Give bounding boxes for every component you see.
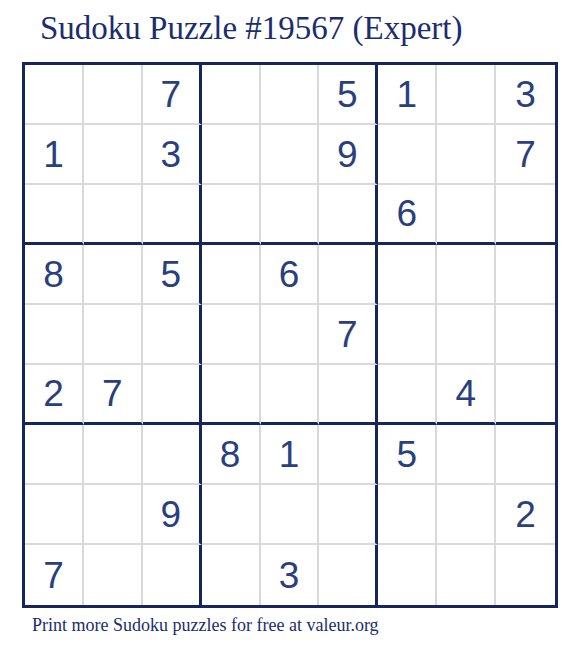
cell-r5c1 — [25, 305, 84, 365]
cell-r5c8 — [437, 305, 496, 365]
cell-r8c9: 2 — [496, 485, 555, 545]
cell-r7c8 — [437, 425, 496, 485]
cell-r3c7: 6 — [378, 185, 437, 245]
cell-r2c4 — [202, 125, 261, 185]
cell-r6c3 — [143, 365, 202, 425]
cell-r2c1: 1 — [25, 125, 84, 185]
cell-r5c2 — [84, 305, 143, 365]
cell-r1c3: 7 — [143, 65, 202, 125]
cell-r8c2 — [84, 485, 143, 545]
cell-r8c7 — [378, 485, 437, 545]
cell-r4c2 — [84, 245, 143, 305]
cell-r2c9: 7 — [496, 125, 555, 185]
cell-r7c7: 5 — [378, 425, 437, 485]
cell-r9c3 — [143, 545, 202, 605]
cell-r3c5 — [261, 185, 320, 245]
cell-r5c3 — [143, 305, 202, 365]
cell-r1c4 — [202, 65, 261, 125]
cell-r5c4 — [202, 305, 261, 365]
cell-r5c9 — [496, 305, 555, 365]
cell-r2c8 — [437, 125, 496, 185]
cell-r6c9 — [496, 365, 555, 425]
cell-r7c9 — [496, 425, 555, 485]
page-title: Sudoku Puzzle #19567 (Expert) — [40, 10, 463, 47]
cell-r8c1 — [25, 485, 84, 545]
cell-r8c5 — [261, 485, 320, 545]
cell-r2c3: 3 — [143, 125, 202, 185]
cell-r4c1: 8 — [25, 245, 84, 305]
cell-r6c4 — [202, 365, 261, 425]
cell-r9c2 — [84, 545, 143, 605]
cell-r6c7 — [378, 365, 437, 425]
cell-r7c3 — [143, 425, 202, 485]
cell-r7c1 — [25, 425, 84, 485]
cell-r3c4 — [202, 185, 261, 245]
cell-r3c2 — [84, 185, 143, 245]
cell-r1c7: 1 — [378, 65, 437, 125]
cell-r3c9 — [496, 185, 555, 245]
cell-r1c8 — [437, 65, 496, 125]
cell-r6c6 — [319, 365, 378, 425]
cell-r2c2 — [84, 125, 143, 185]
cell-r3c3 — [143, 185, 202, 245]
cell-r4c4 — [202, 245, 261, 305]
cell-r8c6 — [319, 485, 378, 545]
cell-r4c5: 6 — [261, 245, 320, 305]
cell-r6c5 — [261, 365, 320, 425]
cell-r9c4 — [202, 545, 261, 605]
cell-r1c6: 5 — [319, 65, 378, 125]
cell-r9c5: 3 — [261, 545, 320, 605]
cell-r7c5: 1 — [261, 425, 320, 485]
cell-r4c3: 5 — [143, 245, 202, 305]
cell-r8c8 — [437, 485, 496, 545]
cell-r7c2 — [84, 425, 143, 485]
cell-r5c7 — [378, 305, 437, 365]
cell-r4c9 — [496, 245, 555, 305]
cell-r4c7 — [378, 245, 437, 305]
cell-r3c1 — [25, 185, 84, 245]
cell-r7c6 — [319, 425, 378, 485]
cell-r1c5 — [261, 65, 320, 125]
cell-r5c5 — [261, 305, 320, 365]
cell-r1c9: 3 — [496, 65, 555, 125]
cell-r6c8: 4 — [437, 365, 496, 425]
cell-r2c5 — [261, 125, 320, 185]
cell-r3c8 — [437, 185, 496, 245]
cell-r1c1 — [25, 65, 84, 125]
cell-r8c3: 9 — [143, 485, 202, 545]
cell-r4c6 — [319, 245, 378, 305]
cell-r3c6 — [319, 185, 378, 245]
cell-r6c2: 7 — [84, 365, 143, 425]
cell-r8c4 — [202, 485, 261, 545]
cell-r9c1: 7 — [25, 545, 84, 605]
footer-text: Print more Sudoku puzzles for free at va… — [32, 615, 379, 636]
cell-r9c9 — [496, 545, 555, 605]
cell-r7c4: 8 — [202, 425, 261, 485]
cell-r2c7 — [378, 125, 437, 185]
cell-r9c7 — [378, 545, 437, 605]
cell-r9c8 — [437, 545, 496, 605]
cell-r4c8 — [437, 245, 496, 305]
cell-r1c2 — [84, 65, 143, 125]
cell-r5c6: 7 — [319, 305, 378, 365]
sudoku-page: Sudoku Puzzle #19567 (Expert) 7513139768… — [0, 0, 580, 651]
cell-r9c6 — [319, 545, 378, 605]
cell-r6c1: 2 — [25, 365, 84, 425]
cell-r2c6: 9 — [319, 125, 378, 185]
sudoku-grid: 75131397685672748159273 — [22, 62, 558, 608]
